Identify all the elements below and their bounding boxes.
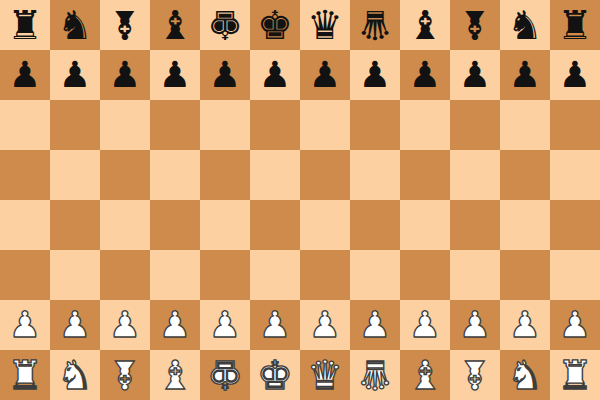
- black-pawn[interactable]: ♟: [100, 50, 150, 100]
- white-knight[interactable]: ♞: [50, 350, 100, 400]
- square-b7[interactable]: ♟: [50, 50, 100, 100]
- square-k6[interactable]: [500, 100, 550, 150]
- black-pawn[interactable]: ♟: [0, 50, 50, 100]
- black-schleich[interactable]: ♛: [350, 0, 400, 50]
- square-h7[interactable]: ♟: [350, 50, 400, 100]
- square-k2[interactable]: ♟: [500, 300, 550, 350]
- square-f6[interactable]: [250, 100, 300, 150]
- square-f2[interactable]: ♟: [250, 300, 300, 350]
- square-g7[interactable]: ♟: [300, 50, 350, 100]
- black-courier[interactable]: ♝: [400, 0, 450, 50]
- square-a1[interactable]: ♜: [0, 350, 50, 400]
- square-i7[interactable]: ♟: [400, 50, 450, 100]
- white-rook[interactable]: ♜: [0, 350, 50, 400]
- white-pawn[interactable]: ♟: [300, 300, 350, 350]
- square-j2[interactable]: ♟: [450, 300, 500, 350]
- square-c5[interactable]: [100, 150, 150, 200]
- white-pawn[interactable]: ♟: [200, 300, 250, 350]
- square-e5[interactable]: [200, 150, 250, 200]
- black-alfil[interactable]: ♝: [100, 0, 150, 50]
- square-g8[interactable]: ♛: [300, 0, 350, 50]
- square-e2[interactable]: ♟: [200, 300, 250, 350]
- square-l5[interactable]: [550, 150, 600, 200]
- square-j8[interactable]: ♝: [450, 0, 500, 50]
- square-g4[interactable]: [300, 200, 350, 250]
- square-b5[interactable]: [50, 150, 100, 200]
- square-c3[interactable]: [100, 250, 150, 300]
- square-i5[interactable]: [400, 150, 450, 200]
- square-k5[interactable]: [500, 150, 550, 200]
- white-queen[interactable]: ♛: [300, 350, 350, 400]
- square-g1[interactable]: ♛: [300, 350, 350, 400]
- black-queen[interactable]: ♛: [300, 0, 350, 50]
- white-pawn[interactable]: ♟: [550, 300, 600, 350]
- square-c7[interactable]: ♟: [100, 50, 150, 100]
- white-pawn[interactable]: ♟: [400, 300, 450, 350]
- white-pawn[interactable]: ♟: [500, 300, 550, 350]
- square-f7[interactable]: ♟: [250, 50, 300, 100]
- square-l8[interactable]: ♜: [550, 0, 600, 50]
- square-b6[interactable]: [50, 100, 100, 150]
- white-courier[interactable]: ♝: [150, 350, 200, 400]
- white-rook[interactable]: ♜: [550, 350, 600, 400]
- square-k7[interactable]: ♟: [500, 50, 550, 100]
- square-a6[interactable]: [0, 100, 50, 150]
- square-a2[interactable]: ♟: [0, 300, 50, 350]
- square-a5[interactable]: [0, 150, 50, 200]
- white-king[interactable]: ♚: [250, 350, 300, 400]
- black-pawn[interactable]: ♟: [300, 50, 350, 100]
- square-h6[interactable]: [350, 100, 400, 150]
- square-g3[interactable]: [300, 250, 350, 300]
- black-pawn[interactable]: ♟: [200, 50, 250, 100]
- black-king[interactable]: ♚: [250, 0, 300, 50]
- square-f4[interactable]: [250, 200, 300, 250]
- square-k8[interactable]: ♞: [500, 0, 550, 50]
- square-d8[interactable]: ♝: [150, 0, 200, 50]
- black-rook[interactable]: ♜: [0, 0, 50, 50]
- square-k1[interactable]: ♞: [500, 350, 550, 400]
- square-f3[interactable]: [250, 250, 300, 300]
- square-d4[interactable]: [150, 200, 200, 250]
- square-i1[interactable]: ♝: [400, 350, 450, 400]
- square-c2[interactable]: ♟: [100, 300, 150, 350]
- white-mann[interactable]: ♚: [200, 350, 250, 400]
- black-knight[interactable]: ♞: [50, 0, 100, 50]
- square-a8[interactable]: ♜: [0, 0, 50, 50]
- square-l6[interactable]: [550, 100, 600, 150]
- square-l1[interactable]: ♜: [550, 350, 600, 400]
- square-e4[interactable]: [200, 200, 250, 250]
- square-e1[interactable]: ♚: [200, 350, 250, 400]
- square-j7[interactable]: ♟: [450, 50, 500, 100]
- square-a3[interactable]: [0, 250, 50, 300]
- square-h2[interactable]: ♟: [350, 300, 400, 350]
- square-j4[interactable]: [450, 200, 500, 250]
- black-pawn[interactable]: ♟: [350, 50, 400, 100]
- square-i8[interactable]: ♝: [400, 0, 450, 50]
- square-i4[interactable]: [400, 200, 450, 250]
- courier-chess-board: ♜♞♝♝♚♚♛♛♝♝♞♜♟♟♟♟♟♟♟♟♟♟♟♟♟♟♟♟♟♟♟♟♟♟♟♟♜♞♝♝…: [0, 0, 600, 400]
- square-l2[interactable]: ♟: [550, 300, 600, 350]
- black-pawn[interactable]: ♟: [150, 50, 200, 100]
- square-f1[interactable]: ♚: [250, 350, 300, 400]
- square-g6[interactable]: [300, 100, 350, 150]
- square-e6[interactable]: [200, 100, 250, 150]
- square-f8[interactable]: ♚: [250, 0, 300, 50]
- square-b2[interactable]: ♟: [50, 300, 100, 350]
- square-d3[interactable]: [150, 250, 200, 300]
- square-d6[interactable]: [150, 100, 200, 150]
- black-mann[interactable]: ♚: [200, 0, 250, 50]
- square-l4[interactable]: [550, 200, 600, 250]
- square-a4[interactable]: [0, 200, 50, 250]
- square-i2[interactable]: ♟: [400, 300, 450, 350]
- square-d7[interactable]: ♟: [150, 50, 200, 100]
- square-b4[interactable]: [50, 200, 100, 250]
- white-schleich[interactable]: ♛: [350, 350, 400, 400]
- white-courier[interactable]: ♝: [400, 350, 450, 400]
- square-e7[interactable]: ♟: [200, 50, 250, 100]
- white-pawn[interactable]: ♟: [100, 300, 150, 350]
- square-b8[interactable]: ♞: [50, 0, 100, 50]
- square-l7[interactable]: ♟: [550, 50, 600, 100]
- square-k4[interactable]: [500, 200, 550, 250]
- square-e3[interactable]: [200, 250, 250, 300]
- square-d1[interactable]: ♝: [150, 350, 200, 400]
- square-d5[interactable]: [150, 150, 200, 200]
- white-pawn[interactable]: ♟: [150, 300, 200, 350]
- square-j1[interactable]: ♝: [450, 350, 500, 400]
- square-a7[interactable]: ♟: [0, 50, 50, 100]
- black-pawn[interactable]: ♟: [500, 50, 550, 100]
- white-pawn[interactable]: ♟: [0, 300, 50, 350]
- square-g2[interactable]: ♟: [300, 300, 350, 350]
- black-pawn[interactable]: ♟: [400, 50, 450, 100]
- white-pawn[interactable]: ♟: [50, 300, 100, 350]
- square-i6[interactable]: [400, 100, 450, 150]
- white-pawn[interactable]: ♟: [250, 300, 300, 350]
- square-h3[interactable]: [350, 250, 400, 300]
- square-h4[interactable]: [350, 200, 400, 250]
- black-pawn[interactable]: ♟: [450, 50, 500, 100]
- square-i3[interactable]: [400, 250, 450, 300]
- square-f5[interactable]: [250, 150, 300, 200]
- white-pawn[interactable]: ♟: [350, 300, 400, 350]
- black-courier[interactable]: ♝: [150, 0, 200, 50]
- square-c8[interactable]: ♝: [100, 0, 150, 50]
- square-j6[interactable]: [450, 100, 500, 150]
- square-b3[interactable]: [50, 250, 100, 300]
- black-pawn[interactable]: ♟: [550, 50, 600, 100]
- white-pawn[interactable]: ♟: [450, 300, 500, 350]
- black-knight[interactable]: ♞: [500, 0, 550, 50]
- square-h5[interactable]: [350, 150, 400, 200]
- square-h8[interactable]: ♛: [350, 0, 400, 50]
- square-h1[interactable]: ♛: [350, 350, 400, 400]
- white-alfil[interactable]: ♝: [450, 350, 500, 400]
- black-rook[interactable]: ♜: [550, 0, 600, 50]
- square-k3[interactable]: [500, 250, 550, 300]
- square-j3[interactable]: [450, 250, 500, 300]
- square-e8[interactable]: ♚: [200, 0, 250, 50]
- white-knight[interactable]: ♞: [500, 350, 550, 400]
- square-c4[interactable]: [100, 200, 150, 250]
- black-pawn[interactable]: ♟: [50, 50, 100, 100]
- white-alfil[interactable]: ♝: [100, 350, 150, 400]
- black-pawn[interactable]: ♟: [250, 50, 300, 100]
- square-g5[interactable]: [300, 150, 350, 200]
- black-alfil[interactable]: ♝: [450, 0, 500, 50]
- square-j5[interactable]: [450, 150, 500, 200]
- square-l3[interactable]: [550, 250, 600, 300]
- square-c6[interactable]: [100, 100, 150, 150]
- square-c1[interactable]: ♝: [100, 350, 150, 400]
- square-b1[interactable]: ♞: [50, 350, 100, 400]
- square-d2[interactable]: ♟: [150, 300, 200, 350]
